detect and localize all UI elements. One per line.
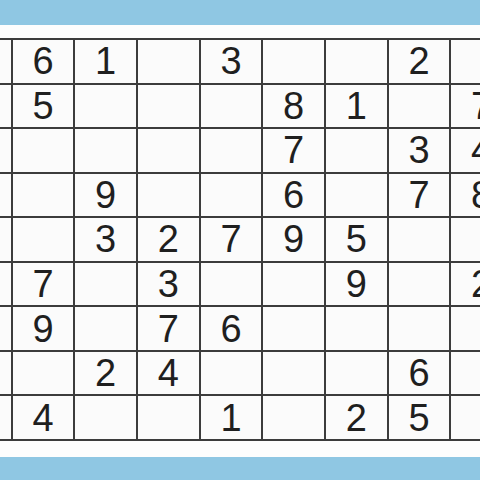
cell-r7c1[interactable]: [0, 307, 11, 350]
cell-r7c8[interactable]: [389, 307, 450, 350]
cell-r3c3[interactable]: [75, 129, 136, 172]
cell-r9c5[interactable]: 1: [201, 396, 262, 439]
cell-r3c1[interactable]: [0, 129, 11, 172]
cell-r4c4[interactable]: [138, 174, 199, 217]
cell-r2c6[interactable]: 8: [263, 85, 324, 128]
cell-r6c3[interactable]: [75, 263, 136, 306]
cell-r2c5[interactable]: [201, 85, 262, 128]
sudoku-board: 6132581773496783279573929762464125: [0, 38, 480, 441]
cell-r9c9[interactable]: [451, 396, 480, 439]
screen: 6132581773496783279573929762464125: [0, 0, 480, 480]
cell-r9c7[interactable]: 2: [326, 396, 387, 439]
cell-r2c9[interactable]: 7: [451, 85, 480, 128]
cell-r5c6[interactable]: 9: [263, 218, 324, 261]
cell-r1c4[interactable]: [138, 40, 199, 83]
cell-r9c3[interactable]: [75, 396, 136, 439]
cell-r5c4[interactable]: 2: [138, 218, 199, 261]
cell-r5c3[interactable]: 3: [75, 218, 136, 261]
cell-r3c6[interactable]: 7: [263, 129, 324, 172]
cell-r1c3[interactable]: 1: [75, 40, 136, 83]
cell-r6c8[interactable]: [389, 263, 450, 306]
cell-r2c8[interactable]: [389, 85, 450, 128]
cell-r6c7[interactable]: 9: [326, 263, 387, 306]
cell-r2c2[interactable]: 5: [13, 85, 74, 128]
cell-r9c1[interactable]: [0, 396, 11, 439]
cell-r7c6[interactable]: [263, 307, 324, 350]
cell-r5c8[interactable]: [389, 218, 450, 261]
cell-r7c3[interactable]: [75, 307, 136, 350]
cell-r1c7[interactable]: [326, 40, 387, 83]
cell-r1c9[interactable]: [451, 40, 480, 83]
cell-r6c6[interactable]: [263, 263, 324, 306]
cell-r6c1[interactable]: [0, 263, 11, 306]
cell-r8c4[interactable]: 4: [138, 352, 199, 395]
cell-r2c4[interactable]: [138, 85, 199, 128]
cell-r8c8[interactable]: 6: [389, 352, 450, 395]
cell-r5c5[interactable]: 7: [201, 218, 262, 261]
cell-r5c2[interactable]: [13, 218, 74, 261]
cell-r7c2[interactable]: 9: [13, 307, 74, 350]
cell-r4c3[interactable]: 9: [75, 174, 136, 217]
top-banner: [0, 0, 480, 25]
cell-r8c3[interactable]: 2: [75, 352, 136, 395]
cell-r8c1[interactable]: [0, 352, 11, 395]
cell-r5c1[interactable]: [0, 218, 11, 261]
cell-r4c5[interactable]: [201, 174, 262, 217]
cell-r6c2[interactable]: 7: [13, 263, 74, 306]
cell-r1c6[interactable]: [263, 40, 324, 83]
cell-r3c4[interactable]: [138, 129, 199, 172]
cell-r4c8[interactable]: 7: [389, 174, 450, 217]
cell-r8c7[interactable]: [326, 352, 387, 395]
cell-r6c5[interactable]: [201, 263, 262, 306]
cell-r4c2[interactable]: [13, 174, 74, 217]
cell-r2c1[interactable]: [0, 85, 11, 128]
cell-r9c4[interactable]: [138, 396, 199, 439]
cell-r3c8[interactable]: 3: [389, 129, 450, 172]
cell-r6c9[interactable]: 2: [451, 263, 480, 306]
cell-r8c5[interactable]: [201, 352, 262, 395]
cell-r4c1[interactable]: [0, 174, 11, 217]
cell-r9c6[interactable]: [263, 396, 324, 439]
cell-r1c5[interactable]: 3: [201, 40, 262, 83]
cell-r4c6[interactable]: 6: [263, 174, 324, 217]
cell-r3c9[interactable]: 4: [451, 129, 480, 172]
cell-r9c2[interactable]: 4: [13, 396, 74, 439]
cell-r5c7[interactable]: 5: [326, 218, 387, 261]
cell-r4c7[interactable]: [326, 174, 387, 217]
cell-r6c4[interactable]: 3: [138, 263, 199, 306]
cell-r8c6[interactable]: [263, 352, 324, 395]
cell-r4c9[interactable]: 8: [451, 174, 480, 217]
cell-r3c7[interactable]: [326, 129, 387, 172]
bottom-banner: [0, 457, 480, 480]
cell-r3c2[interactable]: [13, 129, 74, 172]
cell-r8c2[interactable]: [13, 352, 74, 395]
cell-r2c3[interactable]: [75, 85, 136, 128]
cell-r1c8[interactable]: 2: [389, 40, 450, 83]
cell-r7c7[interactable]: [326, 307, 387, 350]
cell-r8c9[interactable]: [451, 352, 480, 395]
cell-r7c4[interactable]: 7: [138, 307, 199, 350]
cell-r7c5[interactable]: 6: [201, 307, 262, 350]
cell-r9c8[interactable]: 5: [389, 396, 450, 439]
cell-r2c7[interactable]: 1: [326, 85, 387, 128]
cell-r5c9[interactable]: [451, 218, 480, 261]
cell-r3c5[interactable]: [201, 129, 262, 172]
cell-r1c1[interactable]: [0, 40, 11, 83]
cell-r1c2[interactable]: 6: [13, 40, 74, 83]
cell-r7c9[interactable]: [451, 307, 480, 350]
